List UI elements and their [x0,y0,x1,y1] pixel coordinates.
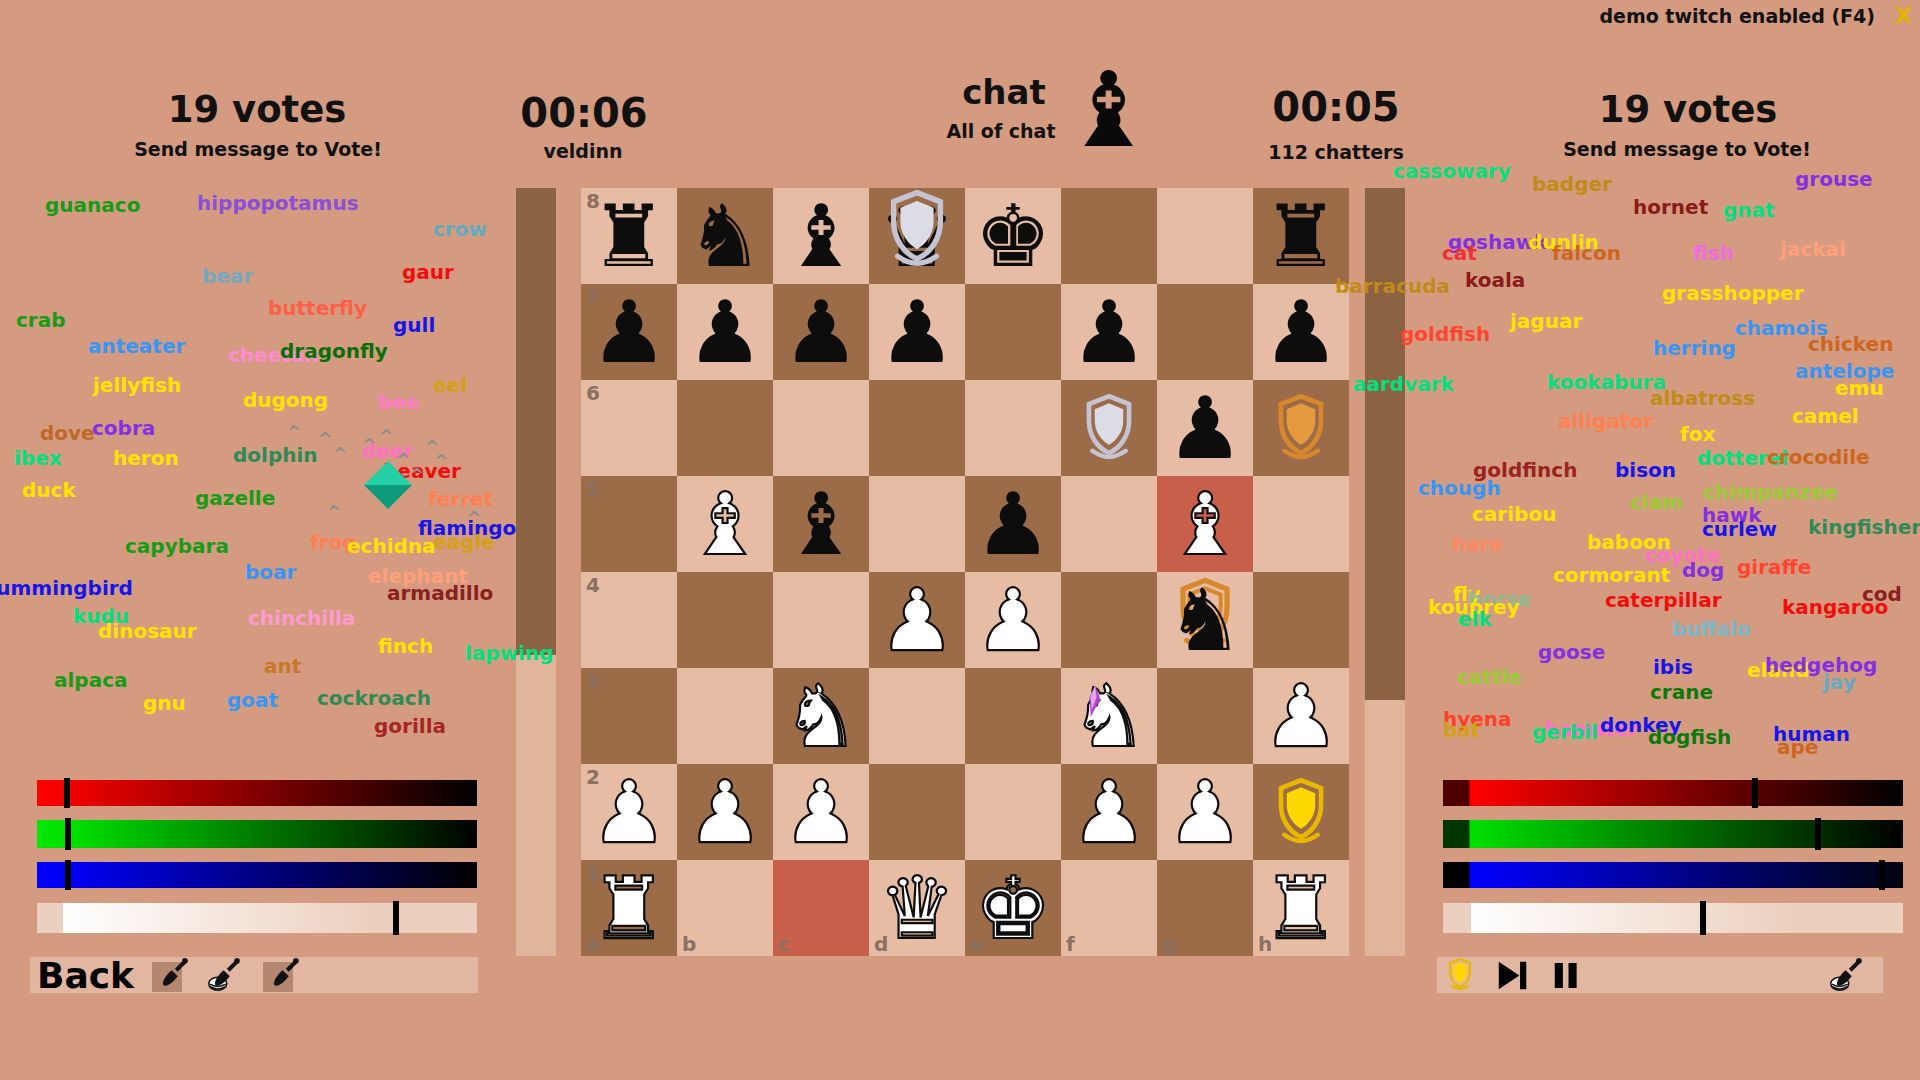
square-c7[interactable]: ♟ [773,284,869,380]
square-g6[interactable]: ♟ [1157,380,1253,476]
chatter-name: chinchilla [248,608,355,628]
chatter-name: bat [1443,720,1480,740]
chatter-name: giraffe [1737,557,1811,577]
right-blue-slider[interactable] [1443,862,1903,888]
chatter-name: goldfish [1400,324,1490,344]
brush-eraser-tool-icon[interactable] [1827,956,1863,992]
square-h2[interactable] [1253,764,1349,860]
square-f1[interactable]: f [1061,860,1157,956]
black-bishop-icon: ♝ [1062,58,1155,162]
chatter-name: boar [245,562,296,582]
square-d5[interactable] [869,476,965,572]
square-g1[interactable]: g [1157,860,1253,956]
square-f5[interactable] [1061,476,1157,572]
square-a5[interactable]: 5 [581,476,677,572]
right-vote-hint: Send message to Vote! [1563,138,1811,160]
chatter-name: kangaroo [1782,597,1888,617]
square-b1[interactable]: b [677,860,773,956]
chatter-name: aardvark [1353,374,1454,394]
right-eval-dark [1365,188,1405,700]
square-a4[interactable]: 4 [581,572,677,668]
back-button[interactable]: Back [37,955,134,996]
square-g3[interactable] [1157,668,1253,764]
white-clock: 00:06 [520,90,647,136]
white-knight-f3[interactable]: ♞ [1061,668,1157,764]
chatter-count: 112 chatters [1268,141,1404,163]
chatter-name: dragonfly [280,341,388,361]
slider-cursor[interactable] [65,860,71,890]
chatter-name: curlew [1702,519,1777,539]
shield-orange-icon [1271,394,1331,463]
chatter-name: goat [227,690,278,710]
chatter-name: alligator [1558,411,1653,431]
square-g2[interactable]: ♟ [1157,764,1253,860]
chatter-name: echidna [347,536,436,556]
square-g7[interactable] [1157,284,1253,380]
rank-label: 8 [586,189,600,213]
shield-silver-icon [1079,394,1139,463]
square-a6[interactable]: 6 [581,380,677,476]
left-vote-count: 19 votes [168,88,347,131]
file-label: g [1162,932,1176,956]
chatter-name: fish [1693,243,1734,263]
chatter-name: hornet [1633,197,1708,217]
rank-label: 6 [586,381,600,405]
white-bishop-b5[interactable]: ♝ [677,476,773,572]
white-pawn-h3[interactable]: ♟ [1253,668,1349,764]
white-pawn-f2[interactable]: ♟ [1061,764,1157,860]
square-c1[interactable]: c [773,860,869,956]
chatter-name: barracuda [1335,276,1450,296]
square-c4[interactable] [773,572,869,668]
rank-label: 3 [586,669,600,693]
file-label: h [1258,932,1272,956]
chatter-name: herring [1653,338,1736,358]
black-bishop-c8[interactable]: ♝ [773,188,869,284]
white-pawn-d4[interactable]: ♟ [869,572,965,668]
square-g8[interactable] [1157,188,1253,284]
chatter-name: ibex [14,448,62,468]
black-pawn-c7[interactable]: ♟ [773,284,869,380]
chevron-up-icon: ^ [410,467,424,484]
chatter-name: fox [1680,424,1715,444]
slider-cursor[interactable] [1815,818,1821,850]
right-eval-light [1365,700,1405,956]
chatter-name: cat [1442,243,1477,263]
square-d2[interactable] [869,764,965,860]
chatter-name: lapwing [465,643,554,663]
chevron-up-icon: ^ [318,431,332,448]
black-pawn-b7[interactable]: ♟ [677,284,773,380]
square-c8[interactable]: ♝ [773,188,869,284]
close-icon[interactable]: X [1895,3,1912,28]
chatter-name: dogfish [1648,727,1731,747]
square-e3[interactable] [965,668,1061,764]
chat-subtitle: All of chat [947,120,1056,142]
black-king-e8[interactable]: ♚ [965,188,1061,284]
chatter-name: grouse [1795,169,1873,189]
file-label: a [586,932,600,956]
chatter-name: falcon [1552,243,1621,263]
square-b4[interactable] [677,572,773,668]
chatter-name: bison [1615,460,1676,480]
chatter-name: finch [378,636,433,656]
square-e7[interactable] [965,284,1061,380]
chatter-name: crane [1650,682,1713,702]
right-eval-bar [1365,188,1405,956]
slider-cursor[interactable] [1700,901,1706,935]
black-knight-g4[interactable]: ♞ [1157,572,1253,668]
right-green-slider[interactable] [1443,820,1903,848]
chatter-name: hippopotamus [197,193,359,213]
square-d3[interactable] [869,668,965,764]
chatter-name: armadillo [387,583,493,603]
square-d4[interactable]: ♟ [869,572,965,668]
chatter-name: ibis [1653,657,1693,677]
chatter-name: guanaco [45,195,140,215]
chatter-name: chimpanzee [1703,482,1838,502]
square-a8[interactable]: 8♜ [581,188,677,284]
chevron-up-icon: ^ [333,446,347,463]
square-b7[interactable]: ♟ [677,284,773,380]
file-label: c [778,932,790,956]
black-rook-h8[interactable]: ♜ [1253,188,1349,284]
chatter-name: jay [1823,672,1856,692]
chatter-name: butterfly [268,298,367,318]
square-e1[interactable]: e♚ [965,860,1061,956]
square-h8[interactable]: ♜ [1253,188,1349,284]
chatter-name: eagle [433,532,495,552]
white-bishop-g5[interactable]: ♝ [1157,476,1253,572]
square-h3[interactable]: ♟ [1253,668,1349,764]
slider-cursor[interactable] [64,778,70,808]
shield-silver-icon [882,190,952,271]
chatter-name: alpaca [54,670,128,690]
square-g4[interactable]: ♞ [1157,572,1253,668]
brush-tool-icon[interactable] [153,956,189,992]
chatter-name: cormorant [1553,565,1670,585]
chatter-name: hummingbird [0,578,133,598]
chatter-name: gaur [402,262,454,282]
file-label: d [874,932,888,956]
chevron-up-icon: ^ [434,453,448,470]
square-h5[interactable] [1253,476,1349,572]
file-label: b [682,932,696,956]
square-f2[interactable]: ♟ [1061,764,1157,860]
chatter-name: capybara [125,536,229,556]
square-e2[interactable] [965,764,1061,860]
square-e8[interactable]: ♚ [965,188,1061,284]
left-red-slider[interactable] [37,780,477,806]
chatter-name: heron [113,448,179,468]
chat-title: chat [962,72,1046,112]
right-brightness-slider[interactable] [1443,903,1903,933]
black-knight-b8[interactable]: ♞ [677,188,773,284]
left-blue-slider[interactable] [37,862,477,888]
square-f4[interactable] [1061,572,1157,668]
slider-cursor[interactable] [1879,860,1885,890]
right-red-slider[interactable] [1443,780,1903,806]
chatter-name: albatross [1650,388,1755,408]
chatter-name: goose [1538,642,1605,662]
black-pawn-g6[interactable]: ♟ [1157,380,1253,476]
left-eval-dark [516,188,556,655]
chatter-name: elk [1458,609,1492,629]
rank-label: 4 [586,573,600,597]
chatter-name: duck [22,480,76,500]
left-green-slider[interactable] [37,820,477,848]
chatter-name: kingfisher [1808,517,1920,537]
chatter-name: bear [202,266,253,286]
chatter-name: chough [1418,478,1501,498]
chatter-name: cassowary [1393,161,1511,181]
chatter-name: gazelle [195,488,275,508]
square-d6[interactable] [869,380,965,476]
chatter-name: cobra [92,418,155,438]
white-knight-c3[interactable]: ♞ [773,668,869,764]
chatter-name: dolphin [233,445,318,465]
square-h6[interactable] [1253,380,1349,476]
shield-icon[interactable] [1444,958,1476,992]
square-a1[interactable]: 1a♜ [581,860,677,956]
chevron-up-icon: ^ [287,424,301,441]
chevron-up-icon: ^ [327,504,341,521]
square-f8[interactable] [1061,188,1157,284]
file-label: f [1066,932,1075,956]
square-a7[interactable]: 7♟ [581,284,677,380]
chatter-name: cockroach [317,688,431,708]
chatter-name: dog [1682,560,1724,580]
rank-label: 2 [586,765,600,789]
chatter-name: chicken [1808,334,1893,354]
chatter-name: ant [264,656,301,676]
chatter-name: hare [1452,534,1503,554]
square-h1[interactable]: h♜ [1253,860,1349,956]
rank-label: 5 [586,477,600,501]
square-e4[interactable]: ♟ [965,572,1061,668]
white-gradient [63,903,371,933]
square-f6[interactable] [1061,380,1157,476]
black-clock: 00:05 [1272,84,1399,130]
square-c6[interactable] [773,380,869,476]
rank-label: 7 [586,285,600,309]
chatter-name: gnu [143,693,186,713]
chatter-name: kookabura [1547,372,1666,392]
right-vote-count: 19 votes [1599,88,1778,131]
square-b3[interactable] [677,668,773,764]
chatter-name: emu [1835,378,1884,398]
left-brightness-slider[interactable] [37,903,477,933]
black-pawn-e5[interactable]: ♟ [965,476,1061,572]
chevron-up-icon: ^ [362,437,376,454]
chevron-up-icon: ^ [467,510,481,527]
chatter-name: gorilla [374,716,446,736]
left-eval-light [516,655,556,956]
square-a2[interactable]: 2♟ [581,764,677,860]
chevron-up-icon: ^ [379,428,393,445]
chevron-up-icon: ^ [396,452,410,469]
square-b5[interactable]: ♝ [677,476,773,572]
chatter-name: jackal [1780,239,1846,259]
shield-gold-icon [1271,778,1331,847]
chatter-name: badger [1532,174,1612,194]
chatter-name: gnat [1723,200,1775,220]
chatter-name: buffalo [1672,619,1751,639]
chatter-name: anteater [88,336,185,356]
square-b6[interactable] [677,380,773,476]
square-h4[interactable] [1253,572,1349,668]
chatter-name: koala [1465,270,1525,290]
rank-label: 1 [586,861,600,885]
white-pawn-b2[interactable]: ♟ [677,764,773,860]
slider-cursor[interactable] [393,901,399,935]
black-pawn-h7[interactable]: ♟ [1253,284,1349,380]
chatter-name: gerbil [1532,722,1598,742]
square-d7[interactable]: ♟ [869,284,965,380]
chatter-name: gull [393,315,435,335]
demo-twitch-label: demo twitch enabled (F4) [1599,5,1875,27]
white-pawn-c2[interactable]: ♟ [773,764,869,860]
chatter-name: clam [1630,492,1683,512]
chatter-name: jellyfish [93,375,181,395]
chatter-name: grasshopper [1662,283,1804,303]
chatter-name: caterpillar [1605,590,1722,610]
pause-icon[interactable] [1551,959,1581,992]
skip-next-icon[interactable] [1496,959,1529,992]
square-e6[interactable] [965,380,1061,476]
chatter-name: hedgehog [1765,655,1877,675]
chatter-name: crocodile [1767,447,1870,467]
square-b2[interactable]: ♟ [677,764,773,860]
chatter-name: crow [433,219,487,239]
black-pawn-d7[interactable]: ♟ [869,284,965,380]
chatter-name: dinosaur [98,621,197,641]
white-pawn-e4[interactable]: ♟ [965,572,1061,668]
chatter-name: ferret [428,489,493,509]
twitch-chess-app: demo twitch enabled (F4) X 19 votes Send… [0,0,1920,1080]
square-g5[interactable]: ♝ [1157,476,1253,572]
slider-cursor[interactable] [1752,778,1758,808]
square-f7[interactable]: ♟ [1061,284,1157,380]
chatter-name: bee [378,392,419,412]
white-gradient [1471,903,1793,933]
chatter-name: eel [433,375,467,395]
left-vote-hint: Send message to Vote! [134,138,382,160]
chatter-name: dugong [243,390,328,410]
square-c5[interactable]: ♝ [773,476,869,572]
chatter-name: camel [1792,406,1859,426]
chatter-name: ape [1777,737,1818,757]
chatter-name: crab [16,310,66,330]
white-pawn-g2[interactable]: ♟ [1157,764,1253,860]
square-d8[interactable]: ♛ [869,188,965,284]
brush-eraser-tool-icon[interactable] [205,956,241,992]
brush-tool-icon[interactable] [264,956,300,992]
chatter-name: cattle [1457,667,1522,687]
black-pawn-f7[interactable]: ♟ [1061,284,1157,380]
square-h7[interactable]: ♟ [1253,284,1349,380]
chatter-name: jaguar [1510,311,1582,331]
black-bishop-c5[interactable]: ♝ [773,476,869,572]
chatter-name: caribou [1472,504,1556,524]
square-d1[interactable]: d♛ [869,860,965,956]
square-a3[interactable]: 3 [581,668,677,764]
file-label: e [970,932,984,956]
square-c2[interactable]: ♟ [773,764,869,860]
square-c3[interactable]: ♞ [773,668,869,764]
white-player-name: veldinn [544,140,623,162]
chess-board[interactable]: 8♜♞♝♛ ♚♜7♟♟♟♟♟♟6 ♟ 5♝♝♟♝4♟♟♞ 3♞♞ ♟2♟♟♟♟♟… [581,188,1349,956]
square-b8[interactable]: ♞ [677,188,773,284]
left-eval-bar [516,188,556,956]
square-f3[interactable]: ♞ [1061,668,1157,764]
chatter-name: dove [40,423,95,443]
slider-cursor[interactable] [65,818,71,850]
square-e5[interactable]: ♟ [965,476,1061,572]
